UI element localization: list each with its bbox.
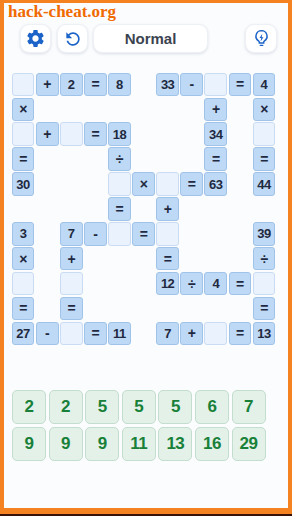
board-gap: [84, 98, 107, 122]
operator-cell-r11c10: =: [229, 322, 252, 346]
operator-cell-r3c2: +: [36, 122, 59, 146]
number-cell-r1c3: 2: [60, 73, 83, 97]
operator-cell-r8c1: ×: [12, 247, 35, 271]
operator-cell-r1c8: -: [180, 73, 203, 97]
board-gap: [229, 172, 252, 196]
board-gap: [132, 197, 155, 221]
operator-cell-r4c11: =: [253, 147, 276, 171]
board-gap: [84, 197, 107, 221]
number-cell-r11c1: 27: [12, 322, 35, 346]
operator-cell-r8c3: +: [60, 247, 83, 271]
operator-cell-r6c5: =: [108, 197, 131, 221]
board-gap: [156, 147, 179, 171]
board-gap: [229, 147, 252, 171]
board-gap: [36, 197, 59, 221]
board-gap: [84, 147, 107, 171]
number-tile-5-r1p3[interactable]: 5: [85, 390, 119, 424]
board-gap: [180, 98, 203, 122]
empty-cell-r3c3[interactable]: [60, 122, 83, 146]
empty-cell-r9c3[interactable]: [60, 272, 83, 296]
operator-cell-r4c1: =: [12, 147, 35, 171]
operator-cell-r1c4: =: [84, 73, 107, 97]
operator-cell-r1c10: =: [229, 73, 252, 97]
board-gap: [204, 247, 227, 271]
board-gap: [204, 222, 227, 246]
hint-button[interactable]: [245, 24, 277, 53]
number-cell-r3c9: 34: [204, 122, 227, 146]
operator-cell-r5c6: ×: [132, 172, 155, 196]
tray-row-1: 2255567: [12, 390, 268, 424]
board-gap: [156, 122, 179, 146]
board-gap: [180, 197, 203, 221]
board-gap: [60, 197, 83, 221]
board-gap: [60, 98, 83, 122]
board-gap: [229, 197, 252, 221]
number-cell-r1c11: 4: [253, 73, 276, 97]
board-gap: [180, 297, 203, 321]
operator-cell-r8c7: =: [156, 247, 179, 271]
empty-cell-r9c1[interactable]: [12, 272, 35, 296]
puzzle-board: +2=833-=4×+×+=1834=÷==30×=6344=+37-=39×+…: [11, 72, 276, 346]
number-cell-r9c9: 4: [204, 272, 227, 296]
number-cell-r5c1: 30: [12, 172, 35, 196]
number-tile-16-r2p6[interactable]: 16: [195, 427, 229, 461]
operator-cell-r7c6: =: [132, 222, 155, 246]
number-tile-2-r1p1[interactable]: 2: [12, 390, 46, 424]
board-gap: [84, 272, 107, 296]
operator-cell-r7c4: -: [84, 222, 107, 246]
board-gap: [108, 98, 131, 122]
board-gap: [108, 272, 131, 296]
board-gap: [132, 98, 155, 122]
board-gap: [229, 98, 252, 122]
settings-button[interactable]: [20, 24, 51, 53]
operator-cell-r8c11: ÷: [253, 247, 276, 271]
operator-cell-r11c4: =: [84, 322, 107, 346]
board-gap: [229, 222, 252, 246]
empty-cell-r3c11[interactable]: [253, 122, 276, 146]
number-cell-r7c1: 3: [12, 222, 35, 246]
difficulty-label: Normal: [125, 30, 177, 47]
board-gap: [132, 297, 155, 321]
empty-cell-r7c5[interactable]: [108, 222, 131, 246]
number-tile-9-r2p1[interactable]: 9: [12, 427, 46, 461]
empty-cell-r1c9[interactable]: [204, 73, 227, 97]
board-gap: [229, 247, 252, 271]
operator-cell-r2c9: +: [204, 98, 227, 122]
restart-button[interactable]: [57, 24, 88, 53]
operator-cell-r10c3: =: [60, 297, 83, 321]
board-gap: [180, 247, 203, 271]
lightbulb-bolt-icon: [251, 28, 272, 49]
board-gap: [84, 172, 107, 196]
refresh-icon: [63, 29, 83, 49]
board-gap: [108, 247, 131, 271]
board-gap: [132, 322, 155, 346]
board-gap: [180, 222, 203, 246]
difficulty-pill[interactable]: Normal: [93, 24, 208, 53]
number-cell-r7c3: 7: [60, 222, 83, 246]
operator-cell-r10c11: =: [253, 297, 276, 321]
operator-cell-r6c7: +: [156, 197, 179, 221]
number-tile-6-r1p6[interactable]: 6: [195, 390, 229, 424]
board-gap: [156, 98, 179, 122]
number-cell-r5c11: 44: [253, 172, 276, 196]
board-gap: [36, 147, 59, 171]
board-gap: [36, 222, 59, 246]
number-tile-9-r2p2[interactable]: 9: [49, 427, 83, 461]
board-gap: [253, 197, 276, 221]
operator-cell-r9c8: ÷: [180, 272, 203, 296]
empty-cell-r11c3[interactable]: [60, 322, 83, 346]
number-tile-13-r2p5[interactable]: 13: [158, 427, 192, 461]
number-tile-5-r1p5[interactable]: 5: [158, 390, 192, 424]
operator-cell-r2c11: ×: [253, 98, 276, 122]
board-gap: [84, 297, 107, 321]
number-cell-r11c11: 13: [253, 322, 276, 346]
board-gap: [60, 147, 83, 171]
board-gap: [36, 297, 59, 321]
empty-cell-r1c1[interactable]: [12, 73, 35, 97]
number-cell-r5c9: 63: [204, 172, 227, 196]
board-gap: [36, 247, 59, 271]
board-gap: [108, 297, 131, 321]
board-gap: [132, 122, 155, 146]
operator-cell-r11c2: -: [36, 322, 59, 346]
board-gap: [36, 98, 59, 122]
tray-row-2: 99911131629: [12, 427, 268, 461]
number-tile-7-r1p7[interactable]: 7: [232, 390, 266, 424]
empty-cell-r9c11[interactable]: [253, 272, 276, 296]
board-gap: [36, 272, 59, 296]
operator-cell-r2c1: ×: [12, 98, 35, 122]
number-cell-r9c7: 12: [156, 272, 179, 296]
number-tile-9-r2p3[interactable]: 9: [85, 427, 119, 461]
operator-cell-r9c10: =: [229, 272, 252, 296]
number-tile-29-r2p7[interactable]: 29: [232, 427, 266, 461]
number-cell-r11c7: 7: [156, 322, 179, 346]
board-gap: [204, 197, 227, 221]
board-gap: [132, 247, 155, 271]
board-gap: [60, 172, 83, 196]
empty-cell-r3c1[interactable]: [12, 122, 35, 146]
operator-cell-r11c8: +: [180, 322, 203, 346]
empty-cell-r5c5[interactable]: [108, 172, 131, 196]
number-tile-tray: 225556799911131629: [12, 390, 268, 464]
empty-cell-r7c7[interactable]: [156, 222, 179, 246]
board-gap: [180, 147, 203, 171]
site-banner: hack-cheat.org: [8, 2, 116, 22]
number-cell-r1c7: 33: [156, 73, 179, 97]
board-gap: [132, 147, 155, 171]
operator-cell-r1c2: +: [36, 73, 59, 97]
board-gap: [12, 197, 35, 221]
number-cell-r11c5: 11: [108, 322, 131, 346]
board-gap: [180, 122, 203, 146]
operator-cell-r3c4: =: [84, 122, 107, 146]
number-tile-11-r2p4[interactable]: 11: [122, 427, 156, 461]
board-gap: [229, 297, 252, 321]
number-cell-r7c11: 39: [253, 222, 276, 246]
board-gap: [156, 297, 179, 321]
gear-icon: [25, 28, 46, 49]
number-cell-r1c5: 8: [108, 73, 131, 97]
number-tile-5-r1p4[interactable]: 5: [122, 390, 156, 424]
number-cell-r3c5: 18: [108, 122, 131, 146]
board-gap: [229, 122, 252, 146]
operator-cell-r4c5: ÷: [108, 147, 131, 171]
empty-cell-r5c7[interactable]: [156, 172, 179, 196]
board-gap: [204, 297, 227, 321]
number-tile-2-r1p2[interactable]: 2: [49, 390, 83, 424]
board-gap: [132, 73, 155, 97]
empty-cell-r11c9[interactable]: [204, 322, 227, 346]
board-gap: [36, 172, 59, 196]
operator-cell-r10c1: =: [12, 297, 35, 321]
operator-cell-r5c8: =: [180, 172, 203, 196]
board-gap: [84, 247, 107, 271]
board-gap: [132, 272, 155, 296]
operator-cell-r4c9: =: [204, 147, 227, 171]
